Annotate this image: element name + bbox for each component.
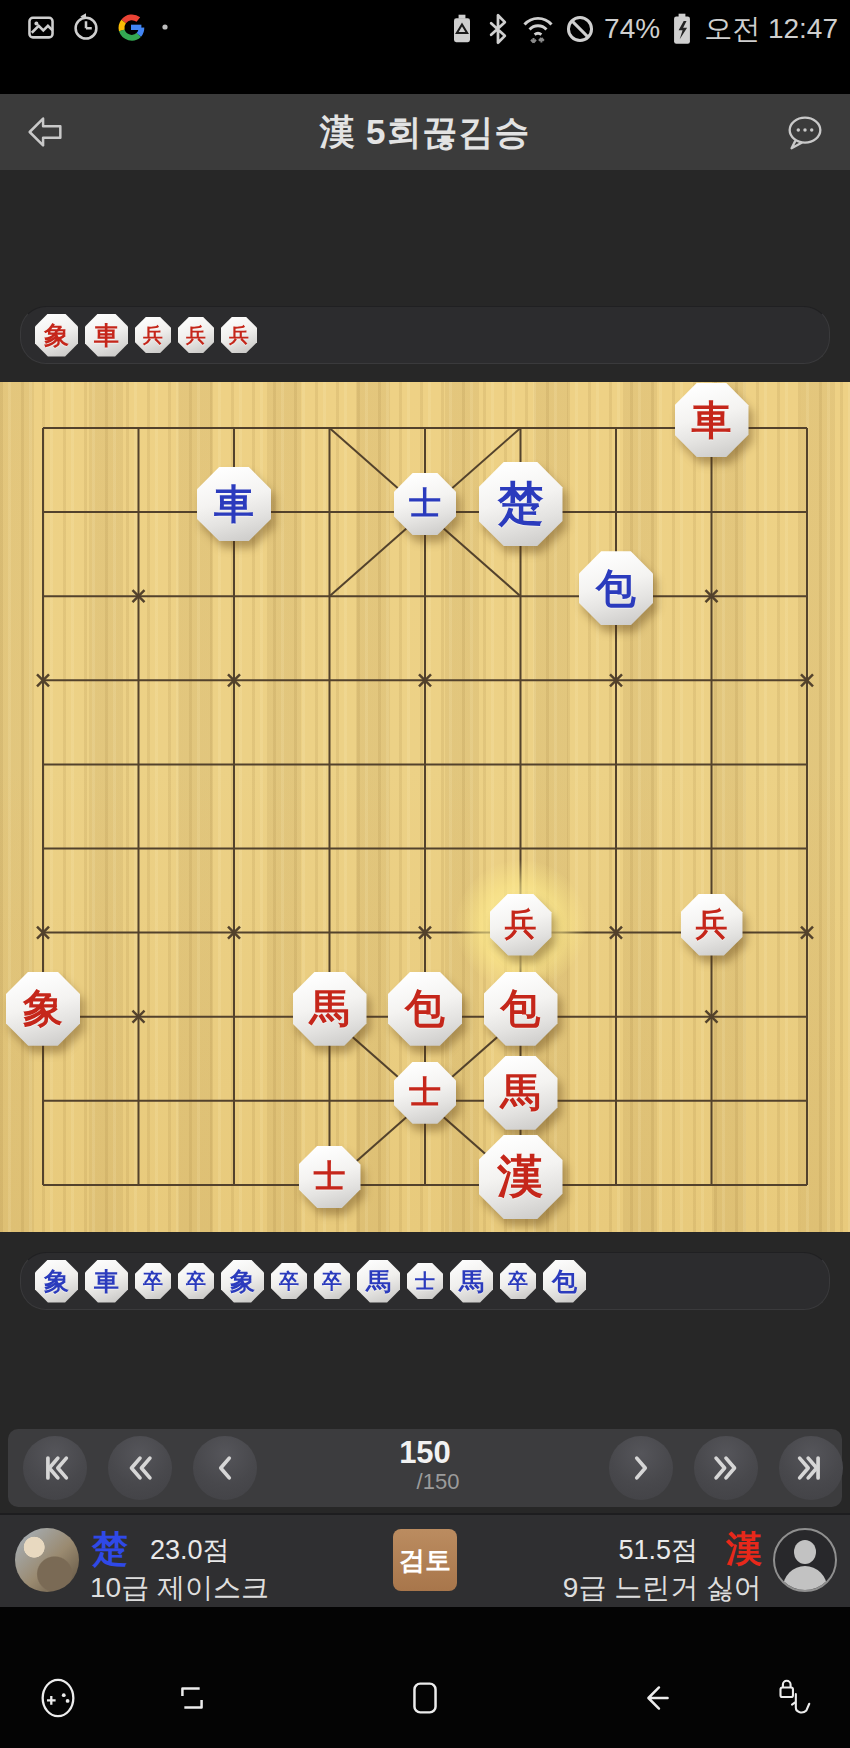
recents-icon[interactable] xyxy=(169,1675,215,1721)
game-controller-icon[interactable] xyxy=(35,1675,81,1721)
title-bar: 漢 5회끊김승 xyxy=(0,94,850,170)
image-icon xyxy=(26,12,56,42)
android-nav-bar xyxy=(0,1607,850,1748)
captured-piece-卒: 卒 xyxy=(314,1263,350,1299)
left-player-name: 10급 제이스크 xyxy=(90,1569,269,1607)
captured-piece-象: 象 xyxy=(35,314,78,357)
right-player-name: 9급 느린거 싫어 xyxy=(563,1569,762,1607)
captured-piece-象: 象 xyxy=(221,1260,264,1303)
captured-piece-馬: 馬 xyxy=(357,1260,400,1303)
timer-icon xyxy=(71,12,101,42)
janggi-board[interactable]: 車車士楚包兵兵象馬包包士馬士漢 xyxy=(0,382,850,1232)
captured-piece-卒: 卒 xyxy=(135,1263,171,1299)
status-time: 오전 12:47 xyxy=(704,10,838,48)
captured-piece-兵: 兵 xyxy=(135,317,171,353)
captured-piece-包: 包 xyxy=(543,1260,586,1303)
blocked-icon xyxy=(565,14,595,44)
battery-charging-icon xyxy=(669,12,695,46)
first-move-button[interactable] xyxy=(23,1436,87,1500)
review-button[interactable]: 검토 xyxy=(393,1529,457,1591)
last-move-icon xyxy=(794,1451,828,1485)
player-bar: 楚 23.0점 10급 제이스크 검토 51.5점 漢 9급 느린거 싫어 xyxy=(0,1513,850,1607)
board-pieces-layer: 車車士楚包兵兵象馬包包士馬士漢 xyxy=(0,382,850,1232)
battery-saver-icon xyxy=(448,13,476,45)
left-player-score: 23.0점 xyxy=(150,1532,230,1568)
left-player-avatar[interactable] xyxy=(15,1528,79,1592)
status-left-icons xyxy=(26,12,169,42)
forward-ten-icon xyxy=(709,1451,743,1485)
captured-piece-兵: 兵 xyxy=(221,317,257,353)
battery-percent: 74% xyxy=(604,13,660,45)
back-one-button[interactable] xyxy=(193,1436,257,1500)
wifi-icon xyxy=(520,13,556,45)
chat-bubble-icon[interactable] xyxy=(782,109,828,155)
back-icon[interactable] xyxy=(635,1675,681,1721)
captured-piece-車: 車 xyxy=(85,314,128,357)
touch-lock-icon[interactable] xyxy=(769,1675,815,1721)
right-player-side-glyph: 漢 xyxy=(726,1525,762,1574)
captured-piece-馬: 馬 xyxy=(450,1260,493,1303)
home-icon[interactable] xyxy=(402,1675,448,1721)
back-ten-icon xyxy=(123,1451,157,1485)
back-arrow-icon[interactable] xyxy=(22,109,68,155)
right-player-score: 51.5점 xyxy=(618,1532,698,1568)
captured-tray-bottom: 象車卒卒象卒卒馬士馬卒包 xyxy=(20,1252,830,1310)
right-player-avatar[interactable] xyxy=(773,1528,837,1592)
captured-piece-象: 象 xyxy=(35,1260,78,1303)
captured-piece-士: 士 xyxy=(407,1263,443,1299)
forward-one-icon xyxy=(624,1451,658,1485)
first-move-icon xyxy=(38,1451,72,1485)
captured-piece-兵: 兵 xyxy=(178,317,214,353)
captured-piece-卒: 卒 xyxy=(271,1263,307,1299)
move-nav-bar: 150 /150 xyxy=(8,1429,842,1507)
forward-one-button[interactable] xyxy=(609,1436,673,1500)
google-icon xyxy=(116,12,146,42)
last-move-button[interactable] xyxy=(779,1436,843,1500)
captured-piece-卒: 卒 xyxy=(500,1263,536,1299)
back-ten-button[interactable] xyxy=(108,1436,172,1500)
left-player-side-glyph: 楚 xyxy=(92,1525,128,1574)
avatar-silhouette xyxy=(794,1540,816,1564)
dot-icon xyxy=(161,23,169,31)
captured-piece-卒: 卒 xyxy=(178,1263,214,1299)
forward-ten-button[interactable] xyxy=(694,1436,758,1500)
status-bar: 74% 오전 12:47 xyxy=(0,0,850,94)
captured-tray-top: 象車兵兵兵 xyxy=(20,306,830,364)
page-title: 漢 5회끊김승 xyxy=(319,109,530,156)
back-one-icon xyxy=(208,1451,242,1485)
status-right-cluster: 74% 오전 12:47 xyxy=(448,10,838,48)
captured-piece-車: 車 xyxy=(85,1260,128,1303)
bluetooth-icon xyxy=(485,13,511,45)
